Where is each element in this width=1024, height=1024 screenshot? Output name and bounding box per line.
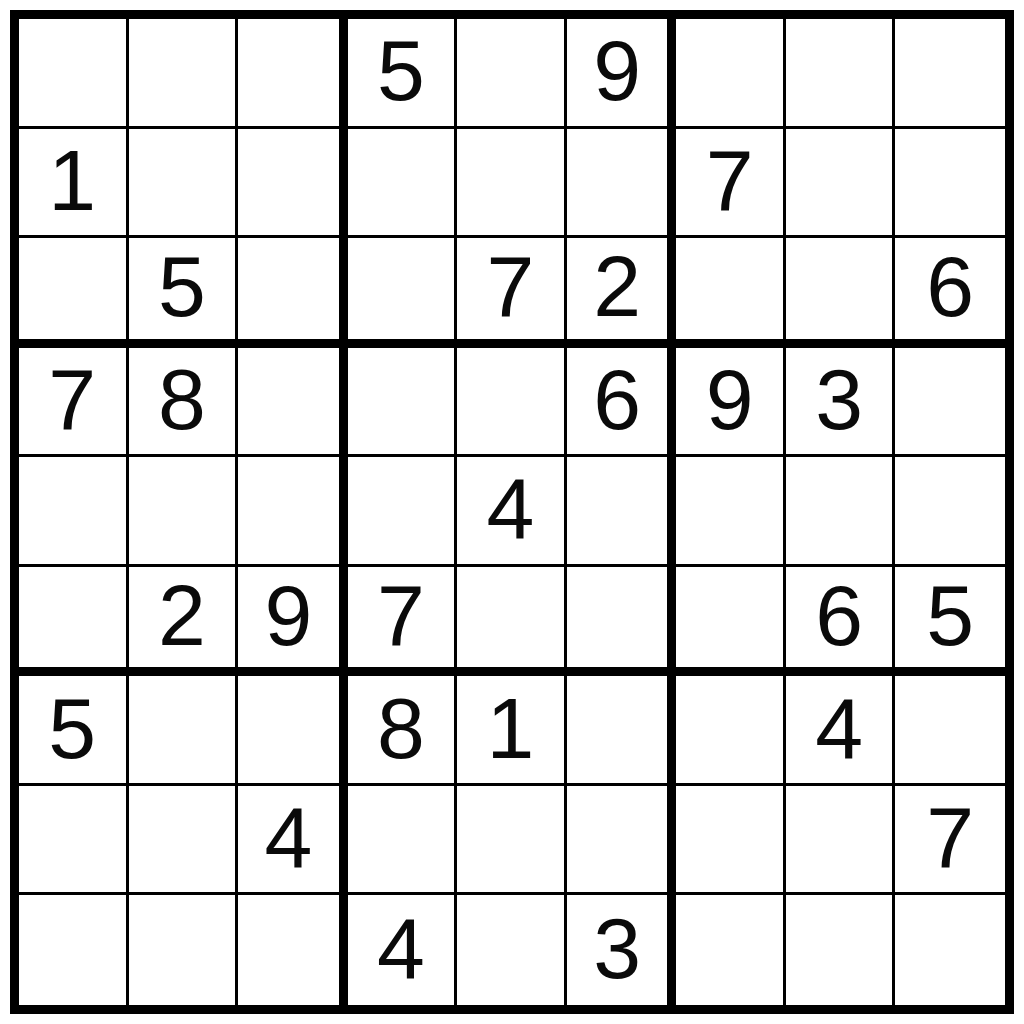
cell-r4c8-given: 3 [786,348,896,458]
cell-r3c1[interactable] [19,238,129,348]
cell-r2c6[interactable] [567,129,677,239]
cell-r2c1-given: 1 [19,129,129,239]
cell-r2c2[interactable] [129,129,239,239]
cell-r5c3[interactable] [238,457,348,567]
cell-r9c8[interactable] [786,895,896,1005]
cell-r9c7[interactable] [676,895,786,1005]
cell-r1c6-given: 9 [567,19,677,129]
cell-r6c9-given: 5 [895,567,1005,677]
cell-r5c2[interactable] [129,457,239,567]
cell-r4c6-given: 6 [567,348,677,458]
cell-r5c5-given: 4 [457,457,567,567]
cell-r5c9[interactable] [895,457,1005,567]
cell-r1c8[interactable] [786,19,896,129]
cell-r3c5-given: 7 [457,238,567,348]
cell-r8c4[interactable] [348,786,458,896]
cell-r4c7-given: 9 [676,348,786,458]
cell-r4c4[interactable] [348,348,458,458]
cell-r9c5[interactable] [457,895,567,1005]
cell-r6c3-given: 9 [238,567,348,677]
cell-r4c5[interactable] [457,348,567,458]
cell-r7c4-given: 8 [348,676,458,786]
cell-r6c1[interactable] [19,567,129,677]
cell-r2c8[interactable] [786,129,896,239]
cell-r4c1-given: 7 [19,348,129,458]
cell-r9c9[interactable] [895,895,1005,1005]
cell-r8c8[interactable] [786,786,896,896]
cell-r6c4-given: 7 [348,567,458,677]
cell-r4c2-given: 8 [129,348,239,458]
cell-r7c8-given: 4 [786,676,896,786]
cell-r6c8-given: 6 [786,567,896,677]
cell-r6c7[interactable] [676,567,786,677]
cell-r1c7[interactable] [676,19,786,129]
cell-r8c7[interactable] [676,786,786,896]
cell-r8c5[interactable] [457,786,567,896]
cell-r1c1[interactable] [19,19,129,129]
cell-r7c2[interactable] [129,676,239,786]
cell-r8c2[interactable] [129,786,239,896]
cell-r7c6[interactable] [567,676,677,786]
sudoku-board: 591757267869342976558144743 [10,10,1014,1014]
cell-r7c9[interactable] [895,676,1005,786]
cell-r5c7[interactable] [676,457,786,567]
cell-r9c6-given: 3 [567,895,677,1005]
cell-r7c5-given: 1 [457,676,567,786]
cell-r9c3[interactable] [238,895,348,1005]
cell-r9c4-given: 4 [348,895,458,1005]
cell-r6c5[interactable] [457,567,567,677]
cell-r7c1-given: 5 [19,676,129,786]
cell-r3c9-given: 6 [895,238,1005,348]
cell-r5c1[interactable] [19,457,129,567]
cell-r3c4[interactable] [348,238,458,348]
cell-r2c3[interactable] [238,129,348,239]
cell-r3c2-given: 5 [129,238,239,348]
cell-r1c5[interactable] [457,19,567,129]
cell-r8c3-given: 4 [238,786,348,896]
cell-r5c4[interactable] [348,457,458,567]
cell-r1c9[interactable] [895,19,1005,129]
cell-r6c6[interactable] [567,567,677,677]
cell-r9c1[interactable] [19,895,129,1005]
cell-r4c3[interactable] [238,348,348,458]
cell-r8c6[interactable] [567,786,677,896]
cell-r5c6[interactable] [567,457,677,567]
cell-r8c9-given: 7 [895,786,1005,896]
cell-r3c7[interactable] [676,238,786,348]
cell-r1c2[interactable] [129,19,239,129]
cell-r3c3[interactable] [238,238,348,348]
cell-r9c2[interactable] [129,895,239,1005]
cell-r2c5[interactable] [457,129,567,239]
cell-r7c3[interactable] [238,676,348,786]
cell-r5c8[interactable] [786,457,896,567]
cell-r1c3[interactable] [238,19,348,129]
cell-r2c4[interactable] [348,129,458,239]
cell-r8c1[interactable] [19,786,129,896]
cell-r6c2-given: 2 [129,567,239,677]
cell-r4c9[interactable] [895,348,1005,458]
cell-r3c8[interactable] [786,238,896,348]
cell-r2c9[interactable] [895,129,1005,239]
page-background: 591757267869342976558144743 [0,0,1024,1024]
cell-r2c7-given: 7 [676,129,786,239]
cell-r7c7[interactable] [676,676,786,786]
cell-r1c4-given: 5 [348,19,458,129]
cell-r3c6-given: 2 [567,238,677,348]
